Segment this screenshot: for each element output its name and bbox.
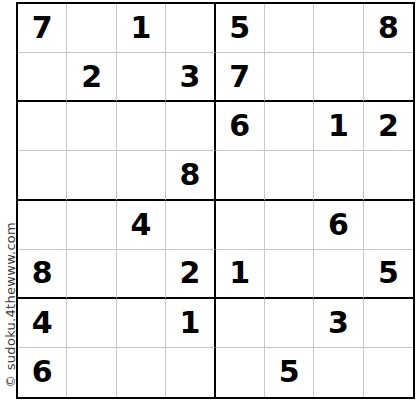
cell-r8c8-empty[interactable] xyxy=(364,348,413,397)
cell-r2c6-empty[interactable] xyxy=(265,53,314,102)
cell-r2c4-given-3: 3 xyxy=(166,53,215,102)
cell-r2c3-empty[interactable] xyxy=(117,53,166,102)
cell-r1c3-given-1: 1 xyxy=(117,4,166,53)
cell-r6c6-empty[interactable] xyxy=(265,250,314,299)
cell-r3c5-given-6: 6 xyxy=(216,102,265,151)
cell-r5c1-empty[interactable] xyxy=(18,201,67,250)
cell-r4c1-empty[interactable] xyxy=(18,151,67,200)
cell-r5c5-empty[interactable] xyxy=(216,201,265,250)
cell-r4c7-empty[interactable] xyxy=(314,151,363,200)
cell-r7c4-given-1: 1 xyxy=(166,299,215,348)
cell-r3c2-empty[interactable] xyxy=(67,102,116,151)
cell-r1c6-empty[interactable] xyxy=(265,4,314,53)
cell-r6c1-given-8: 8 xyxy=(18,250,67,299)
cell-r8c1-given-6: 6 xyxy=(18,348,67,397)
cell-r7c6-empty[interactable] xyxy=(265,299,314,348)
cell-r8c7-empty[interactable] xyxy=(314,348,363,397)
cell-r5c4-empty[interactable] xyxy=(166,201,215,250)
cell-r5c2-empty[interactable] xyxy=(67,201,116,250)
cell-r1c2-empty[interactable] xyxy=(67,4,116,53)
cell-r8c6-given-5: 5 xyxy=(265,348,314,397)
cell-r7c7-given-3: 3 xyxy=(314,299,363,348)
cell-r6c5-given-1: 1 xyxy=(216,250,265,299)
cell-r6c7-empty[interactable] xyxy=(314,250,363,299)
cell-r1c5-given-5: 5 xyxy=(216,4,265,53)
cell-r7c2-empty[interactable] xyxy=(67,299,116,348)
cell-r4c5-empty[interactable] xyxy=(216,151,265,200)
cell-r4c8-empty[interactable] xyxy=(364,151,413,200)
cell-r2c7-empty[interactable] xyxy=(314,53,363,102)
cell-r8c2-empty[interactable] xyxy=(67,348,116,397)
cell-r5c7-given-6: 6 xyxy=(314,201,363,250)
cell-r8c3-empty[interactable] xyxy=(117,348,166,397)
cell-r1c1-given-7: 7 xyxy=(18,4,67,53)
cell-r3c4-empty[interactable] xyxy=(166,102,215,151)
cell-r2c8-empty[interactable] xyxy=(364,53,413,102)
cell-r7c1-given-4: 4 xyxy=(18,299,67,348)
cell-r7c8-empty[interactable] xyxy=(364,299,413,348)
cell-r4c3-empty[interactable] xyxy=(117,151,166,200)
cell-r8c4-empty[interactable] xyxy=(166,348,215,397)
cell-r1c8-given-8: 8 xyxy=(364,4,413,53)
cell-r6c2-empty[interactable] xyxy=(67,250,116,299)
cell-r7c3-empty[interactable] xyxy=(117,299,166,348)
sudoku-board: 7158237612846821541365 xyxy=(16,2,415,399)
cell-r4c6-empty[interactable] xyxy=(265,151,314,200)
cell-r6c4-given-2: 2 xyxy=(166,250,215,299)
cell-r5c3-given-4: 4 xyxy=(117,201,166,250)
cell-r3c7-given-1: 1 xyxy=(314,102,363,151)
cell-r4c4-given-8: 8 xyxy=(166,151,215,200)
cell-r4c2-empty[interactable] xyxy=(67,151,116,200)
sudoku-page: © sudoku.4thewww.com 7158237612846821541… xyxy=(0,0,416,401)
cell-r8c5-empty[interactable] xyxy=(216,348,265,397)
cell-r1c7-empty[interactable] xyxy=(314,4,363,53)
cell-r2c2-given-2: 2 xyxy=(67,53,116,102)
cell-r6c3-empty[interactable] xyxy=(117,250,166,299)
cell-r3c3-empty[interactable] xyxy=(117,102,166,151)
cell-r1c4-empty[interactable] xyxy=(166,4,215,53)
cell-r5c6-empty[interactable] xyxy=(265,201,314,250)
cell-r2c5-given-7: 7 xyxy=(216,53,265,102)
cell-r3c1-empty[interactable] xyxy=(18,102,67,151)
cell-r3c6-empty[interactable] xyxy=(265,102,314,151)
cell-r6c8-given-5: 5 xyxy=(364,250,413,299)
cell-r2c1-empty[interactable] xyxy=(18,53,67,102)
cell-r3c8-given-2: 2 xyxy=(364,102,413,151)
cell-r7c5-empty[interactable] xyxy=(216,299,265,348)
cell-r5c8-empty[interactable] xyxy=(364,201,413,250)
